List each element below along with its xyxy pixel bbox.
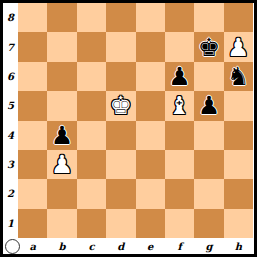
square-h7[interactable]: ♟ — [224, 32, 253, 61]
square-e1[interactable] — [136, 209, 165, 238]
rank-label-1: 1 — [3, 209, 18, 238]
square-h1[interactable] — [224, 209, 253, 238]
square-f6[interactable]: ♟ — [165, 62, 194, 91]
square-d8[interactable] — [106, 3, 135, 32]
file-label-b: b — [47, 238, 76, 254]
square-f7[interactable] — [165, 32, 194, 61]
square-h4[interactable] — [224, 121, 253, 150]
square-g7[interactable]: ♚ — [194, 32, 223, 61]
square-g8[interactable] — [194, 3, 223, 32]
white-to-move-indicator-icon — [5, 239, 20, 254]
square-g5[interactable]: ♟ — [194, 91, 223, 120]
square-f2[interactable] — [165, 179, 194, 208]
file-label-e: e — [136, 238, 165, 254]
square-b4[interactable]: ♟ — [47, 121, 76, 150]
rank-label-2: 2 — [3, 179, 18, 208]
square-g3[interactable] — [194, 150, 223, 179]
square-c3[interactable] — [77, 150, 106, 179]
rank-labels: 8 7 6 5 4 3 2 1 — [3, 3, 18, 238]
square-g1[interactable] — [194, 209, 223, 238]
square-d1[interactable] — [106, 209, 135, 238]
black-knight[interactable]: ♞ — [227, 64, 249, 89]
black-pawn[interactable]: ♟ — [168, 64, 190, 89]
square-d2[interactable] — [106, 179, 135, 208]
white-king[interactable]: ♚ — [110, 93, 132, 118]
square-e2[interactable] — [136, 179, 165, 208]
square-f1[interactable] — [165, 209, 194, 238]
square-b6[interactable] — [47, 62, 76, 91]
file-label-a: a — [18, 238, 47, 254]
file-labels: a b c d e f g h — [18, 238, 253, 254]
rank-label-4: 4 — [3, 121, 18, 150]
square-b5[interactable] — [47, 91, 76, 120]
square-h2[interactable] — [224, 179, 253, 208]
square-h8[interactable] — [224, 3, 253, 32]
square-f5[interactable]: ♝ — [165, 91, 194, 120]
white-bishop[interactable]: ♝ — [168, 93, 190, 118]
square-f4[interactable] — [165, 121, 194, 150]
square-e4[interactable] — [136, 121, 165, 150]
square-c6[interactable] — [77, 62, 106, 91]
square-a6[interactable] — [18, 62, 47, 91]
square-d6[interactable] — [106, 62, 135, 91]
square-f3[interactable] — [165, 150, 194, 179]
square-g4[interactable] — [194, 121, 223, 150]
square-d3[interactable] — [106, 150, 135, 179]
square-h3[interactable] — [224, 150, 253, 179]
square-e8[interactable] — [136, 3, 165, 32]
file-label-h: h — [224, 238, 253, 254]
black-pawn[interactable]: ♟ — [198, 93, 220, 118]
square-a5[interactable] — [18, 91, 47, 120]
file-label-g: g — [194, 238, 223, 254]
square-b3[interactable]: ♟ — [47, 150, 76, 179]
square-g2[interactable] — [194, 179, 223, 208]
square-e5[interactable] — [136, 91, 165, 120]
square-d7[interactable] — [106, 32, 135, 61]
square-a1[interactable] — [18, 209, 47, 238]
square-c4[interactable] — [77, 121, 106, 150]
square-e3[interactable] — [136, 150, 165, 179]
rank-label-7: 7 — [3, 32, 18, 61]
square-e6[interactable] — [136, 62, 165, 91]
file-label-c: c — [77, 238, 106, 254]
square-c7[interactable] — [77, 32, 106, 61]
square-a7[interactable] — [18, 32, 47, 61]
square-b8[interactable] — [47, 3, 76, 32]
black-pawn[interactable]: ♟ — [51, 123, 73, 148]
square-a8[interactable] — [18, 3, 47, 32]
square-b7[interactable] — [47, 32, 76, 61]
chess-board: ♚♟♟♞♚♝♟♟♟ — [18, 3, 253, 238]
square-c8[interactable] — [77, 3, 106, 32]
chess-diagram-frame: 8 7 6 5 4 3 2 1 ♚♟♟♞♚♝♟♟♟ a b c d e f g … — [0, 0, 257, 257]
square-d4[interactable] — [106, 121, 135, 150]
square-b1[interactable] — [47, 209, 76, 238]
square-d5[interactable]: ♚ — [106, 91, 135, 120]
square-a2[interactable] — [18, 179, 47, 208]
square-a3[interactable] — [18, 150, 47, 179]
rank-label-6: 6 — [3, 62, 18, 91]
square-f8[interactable] — [165, 3, 194, 32]
square-c1[interactable] — [77, 209, 106, 238]
file-label-f: f — [165, 238, 194, 254]
square-h6[interactable]: ♞ — [224, 62, 253, 91]
square-c5[interactable] — [77, 91, 106, 120]
rank-label-8: 8 — [3, 3, 18, 32]
white-pawn[interactable]: ♟ — [51, 152, 73, 177]
white-pawn[interactable]: ♟ — [227, 35, 249, 60]
square-b2[interactable] — [47, 179, 76, 208]
square-h5[interactable] — [224, 91, 253, 120]
rank-label-3: 3 — [3, 150, 18, 179]
square-c2[interactable] — [77, 179, 106, 208]
square-a4[interactable] — [18, 121, 47, 150]
black-king[interactable]: ♚ — [198, 35, 220, 60]
rank-label-5: 5 — [3, 91, 18, 120]
file-label-d: d — [106, 238, 135, 254]
square-e7[interactable] — [136, 32, 165, 61]
square-g6[interactable] — [194, 62, 223, 91]
